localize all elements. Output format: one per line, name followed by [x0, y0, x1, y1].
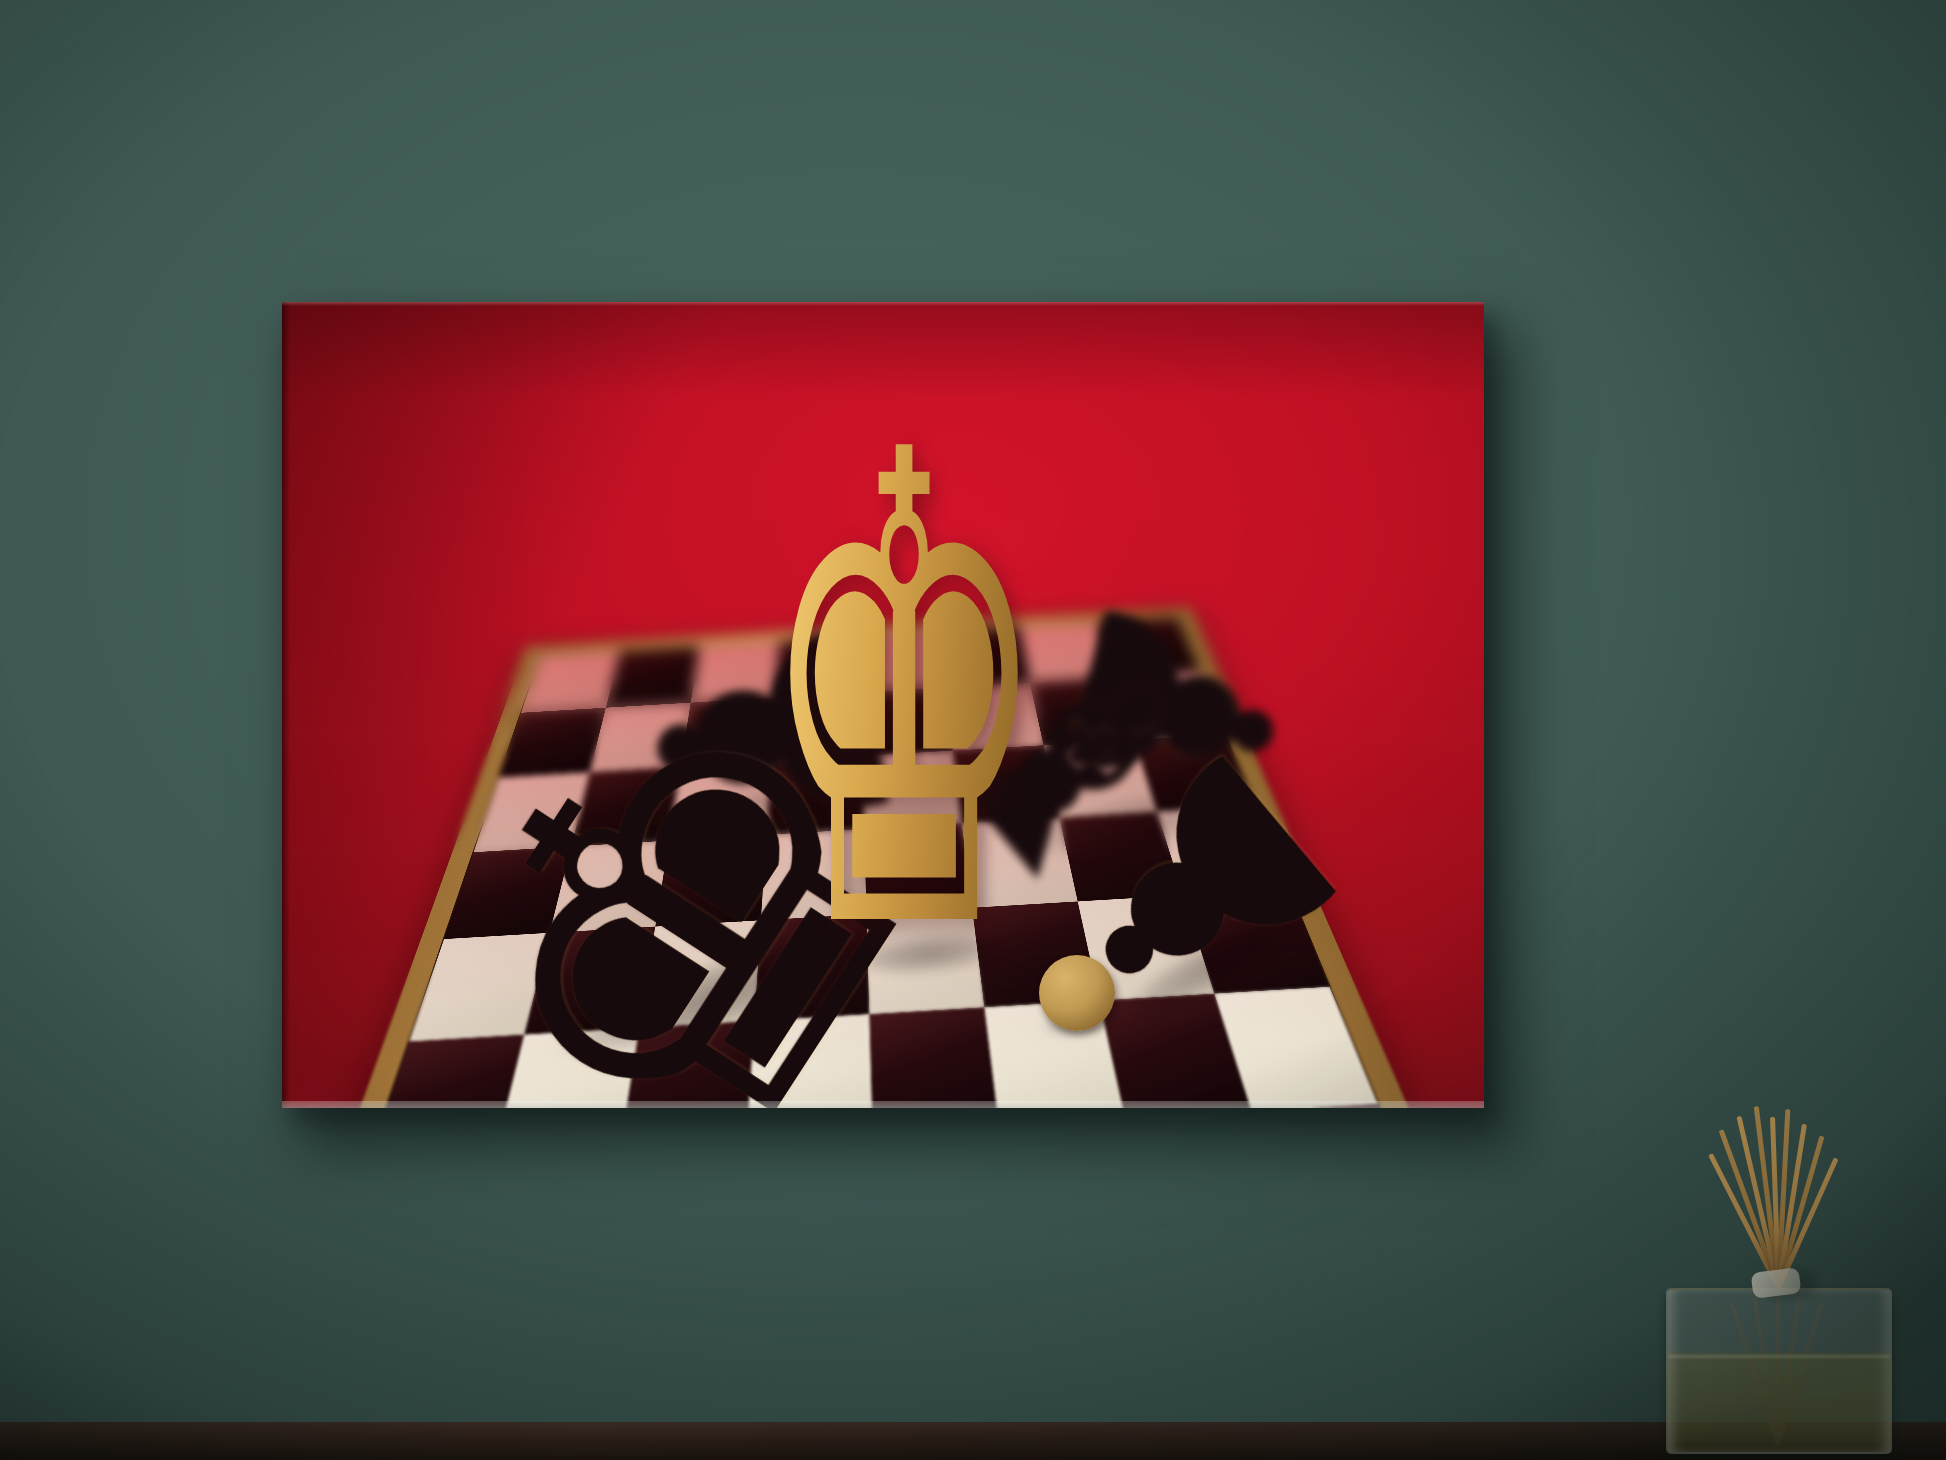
piece-layer: ♚♚♟♟♝♟ — [282, 302, 1484, 1108]
canvas-wrap-edge-left — [282, 302, 290, 1108]
canvas-wrap-edge-bottom — [282, 1101, 1484, 1108]
reed-diffuser — [1652, 1112, 1908, 1460]
canvas-wrap-edge-top — [282, 302, 1484, 306]
canvas-print-artwork: ♚♚♟♟♝♟ — [282, 302, 1484, 1108]
diffuser-liquid-surface — [1668, 1355, 1890, 1358]
room-wall: { "game": "chess", "scene_type": "photo … — [0, 0, 1946, 1460]
diffuser-glass-vessel — [1666, 1288, 1892, 1454]
white-king-standing: ♚ — [758, 369, 1049, 1019]
